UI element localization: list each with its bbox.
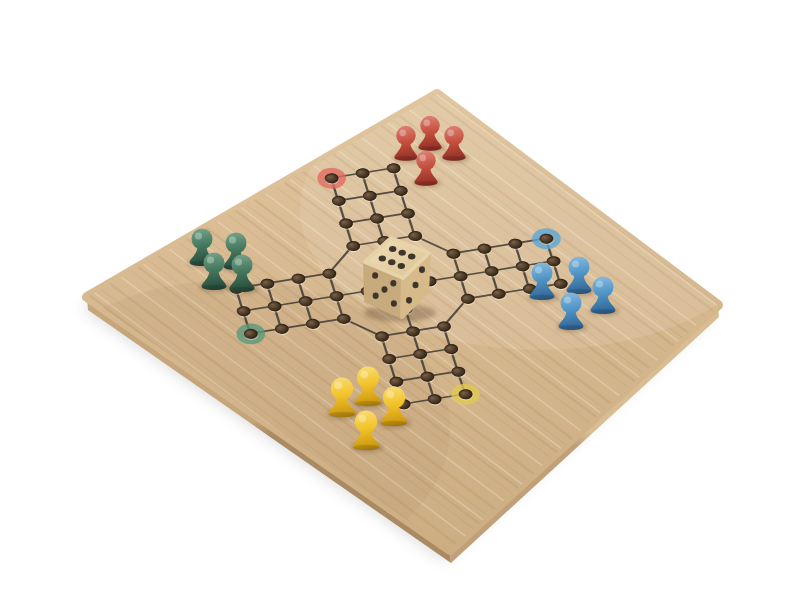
peg-base-shade: [419, 146, 442, 151]
peg-blue-3: [589, 277, 619, 316]
peg-red-1: [417, 116, 445, 152]
product-photo-scene: [0, 0, 800, 616]
peg-head: [444, 126, 464, 146]
pieces-layer: [0, 0, 800, 616]
peg-blue-4: [557, 293, 587, 332]
die-pip: [382, 286, 388, 293]
die-pip: [379, 256, 386, 262]
peg-head: [204, 253, 225, 274]
die-pip: [408, 253, 415, 259]
peg-head: [226, 233, 247, 254]
peg-head: [383, 386, 405, 408]
peg-head: [532, 263, 553, 284]
peg-highlight: [334, 382, 342, 390]
peg-highlight: [596, 280, 603, 287]
die-pip: [399, 250, 406, 256]
peg-head: [331, 377, 353, 399]
peg-yellow-3: [379, 386, 411, 427]
die-pip: [391, 300, 397, 307]
peg-highlight: [360, 371, 368, 379]
peg-blue-1: [565, 257, 595, 296]
die-pip: [419, 266, 425, 273]
peg-base-shade: [381, 421, 407, 427]
die-pip: [373, 293, 379, 300]
peg-base-shade: [329, 412, 355, 418]
die-pip: [389, 246, 396, 252]
peg-head: [396, 126, 416, 146]
die-pip: [406, 297, 412, 304]
peg-highlight: [423, 119, 430, 126]
peg-base-shade: [559, 325, 583, 330]
peg-head: [569, 257, 590, 278]
peg-highlight: [229, 236, 236, 243]
peg-highlight: [419, 154, 426, 161]
peg-highlight: [207, 256, 214, 263]
peg-head: [357, 366, 379, 388]
die-pip: [398, 263, 405, 269]
peg-head: [420, 116, 440, 136]
peg-highlight: [399, 129, 406, 136]
peg-head: [355, 410, 377, 432]
peg-base-shade: [202, 285, 226, 290]
peg-red-2: [393, 126, 421, 162]
peg-blue-2: [528, 263, 558, 302]
peg-head: [593, 277, 614, 298]
peg-head: [232, 255, 253, 276]
die-pip: [372, 272, 378, 279]
die-pip: [413, 282, 419, 289]
peg-highlight: [235, 258, 242, 265]
peg-highlight: [572, 260, 579, 267]
peg-base-shade: [355, 401, 381, 407]
peg-highlight: [358, 415, 366, 423]
peg-red-3: [441, 126, 469, 162]
peg-base-shade: [395, 156, 418, 161]
peg-head: [561, 293, 582, 314]
peg-head: [416, 151, 436, 171]
peg-highlight: [564, 296, 571, 303]
peg-highlight: [195, 232, 202, 239]
die-pip: [390, 280, 396, 287]
die: [364, 238, 436, 322]
peg-highlight: [386, 391, 394, 399]
peg-base-shade: [415, 181, 438, 186]
peg-head: [192, 229, 213, 250]
peg-base-shade: [530, 295, 554, 300]
peg-yellow-1: [353, 366, 385, 407]
peg-base-shade: [591, 309, 615, 314]
peg-base-shade: [353, 445, 379, 451]
peg-base-shade: [443, 156, 466, 161]
peg-base-shade: [230, 287, 254, 292]
peg-highlight: [447, 129, 454, 136]
die-pip: [388, 259, 395, 265]
peg-highlight: [535, 266, 542, 273]
peg-yellow-2: [327, 377, 359, 418]
